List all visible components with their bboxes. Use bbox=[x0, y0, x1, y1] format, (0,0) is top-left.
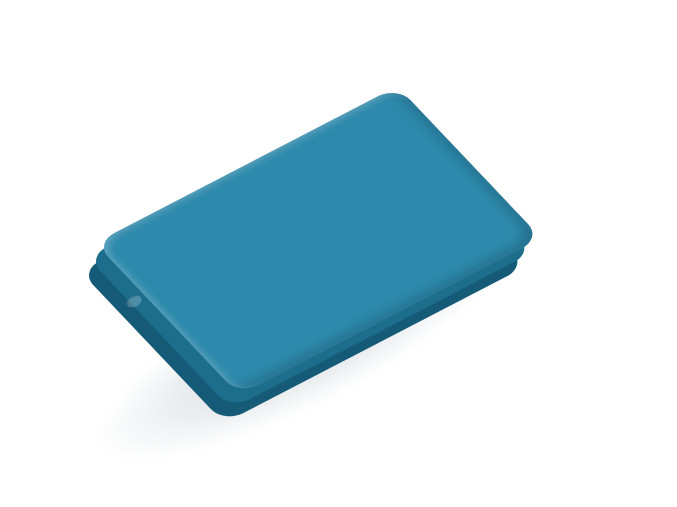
product-photo bbox=[0, 0, 677, 507]
